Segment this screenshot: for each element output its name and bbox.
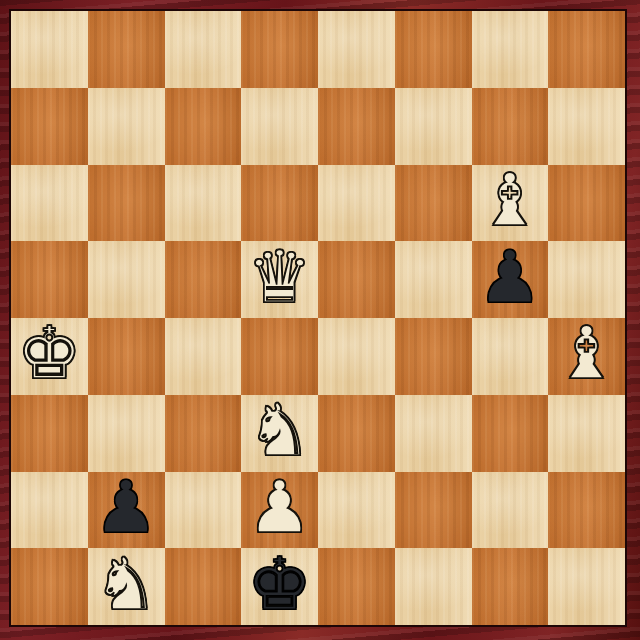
square-f2[interactable] (395, 472, 472, 549)
square-c8[interactable] (165, 11, 242, 88)
square-b1[interactable]: ♞ (88, 548, 165, 625)
square-h1[interactable] (548, 548, 625, 625)
square-e6[interactable] (318, 165, 395, 242)
piece-black-pawn[interactable]: ♟ (478, 241, 543, 313)
square-h2[interactable] (548, 472, 625, 549)
square-c2[interactable] (165, 472, 242, 549)
piece-white-bishop[interactable]: ♝ (478, 164, 543, 236)
square-f8[interactable] (395, 11, 472, 88)
square-f1[interactable] (395, 548, 472, 625)
square-a7[interactable] (11, 88, 88, 165)
square-e2[interactable] (318, 472, 395, 549)
square-d4[interactable] (241, 318, 318, 395)
board-frame: ♝♛♟♚♝♞♟♟♞♚ (0, 0, 640, 640)
square-g1[interactable] (472, 548, 549, 625)
square-a1[interactable] (11, 548, 88, 625)
square-d7[interactable] (241, 88, 318, 165)
square-c1[interactable] (165, 548, 242, 625)
square-h6[interactable] (548, 165, 625, 242)
square-a5[interactable] (11, 241, 88, 318)
square-b6[interactable] (88, 165, 165, 242)
square-e3[interactable] (318, 395, 395, 472)
square-c4[interactable] (165, 318, 242, 395)
square-b8[interactable] (88, 11, 165, 88)
square-c6[interactable] (165, 165, 242, 242)
square-a6[interactable] (11, 165, 88, 242)
square-d8[interactable] (241, 11, 318, 88)
piece-black-king[interactable]: ♚ (247, 548, 312, 620)
square-f6[interactable] (395, 165, 472, 242)
square-e7[interactable] (318, 88, 395, 165)
square-a3[interactable] (11, 395, 88, 472)
square-g5[interactable]: ♟ (472, 241, 549, 318)
piece-white-pawn[interactable]: ♟ (247, 471, 312, 543)
square-d2[interactable]: ♟ (241, 472, 318, 549)
piece-white-bishop[interactable]: ♝ (554, 317, 619, 389)
square-g7[interactable] (472, 88, 549, 165)
square-b3[interactable] (88, 395, 165, 472)
square-h3[interactable] (548, 395, 625, 472)
square-f3[interactable] (395, 395, 472, 472)
square-f4[interactable] (395, 318, 472, 395)
square-d6[interactable] (241, 165, 318, 242)
square-b7[interactable] (88, 88, 165, 165)
square-e8[interactable] (318, 11, 395, 88)
square-g2[interactable] (472, 472, 549, 549)
square-h5[interactable] (548, 241, 625, 318)
square-g8[interactable] (472, 11, 549, 88)
square-d3[interactable]: ♞ (241, 395, 318, 472)
square-a2[interactable] (11, 472, 88, 549)
piece-white-knight[interactable]: ♞ (247, 394, 312, 466)
square-h4[interactable]: ♝ (548, 318, 625, 395)
square-g6[interactable]: ♝ (472, 165, 549, 242)
square-e1[interactable] (318, 548, 395, 625)
square-h7[interactable] (548, 88, 625, 165)
square-a8[interactable] (11, 11, 88, 88)
square-b5[interactable] (88, 241, 165, 318)
square-c3[interactable] (165, 395, 242, 472)
square-f5[interactable] (395, 241, 472, 318)
square-g3[interactable] (472, 395, 549, 472)
square-b2[interactable]: ♟ (88, 472, 165, 549)
piece-black-pawn[interactable]: ♟ (94, 471, 159, 543)
square-b4[interactable] (88, 318, 165, 395)
square-g4[interactable] (472, 318, 549, 395)
chessboard: ♝♛♟♚♝♞♟♟♞♚ (9, 9, 627, 627)
square-f7[interactable] (395, 88, 472, 165)
piece-white-queen[interactable]: ♛ (247, 241, 312, 313)
square-a4[interactable]: ♚ (11, 318, 88, 395)
square-c7[interactable] (165, 88, 242, 165)
square-c5[interactable] (165, 241, 242, 318)
square-h8[interactable] (548, 11, 625, 88)
piece-white-knight[interactable]: ♞ (94, 548, 159, 620)
square-d1[interactable]: ♚ (241, 548, 318, 625)
square-d5[interactable]: ♛ (241, 241, 318, 318)
square-e5[interactable] (318, 241, 395, 318)
square-e4[interactable] (318, 318, 395, 395)
piece-white-king[interactable]: ♚ (17, 317, 82, 389)
